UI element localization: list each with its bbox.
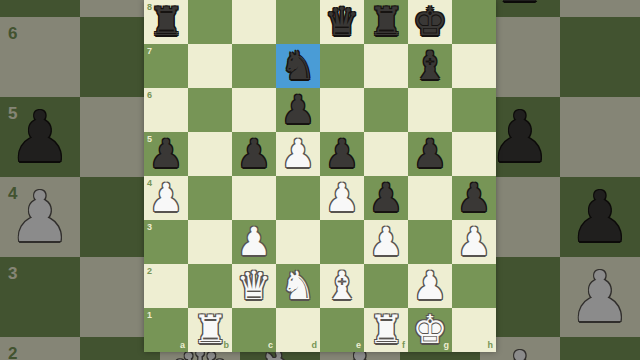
- square-f7[interactable]: [364, 44, 408, 88]
- square-b1[interactable]: b♜: [188, 308, 232, 352]
- file-label-h: h: [488, 340, 494, 350]
- file-label-f: f: [402, 340, 405, 350]
- white-knight-icon-d2[interactable]: ♞: [281, 264, 316, 308]
- square-f8[interactable]: ♜: [364, 0, 408, 44]
- square-g5[interactable]: ♟: [408, 132, 452, 176]
- square-c2[interactable]: ♛: [232, 264, 276, 308]
- file-label-b: b: [224, 340, 230, 350]
- square-f6[interactable]: [364, 88, 408, 132]
- square-g6[interactable]: [408, 88, 452, 132]
- white-rook-icon-b1[interactable]: ♜: [193, 308, 228, 352]
- square-g1[interactable]: g♚: [408, 308, 452, 352]
- square-h2[interactable]: [452, 264, 496, 308]
- rank-label-2: 2: [147, 266, 152, 276]
- square-a5[interactable]: 5♟: [144, 132, 188, 176]
- square-a2[interactable]: 2: [144, 264, 188, 308]
- square-d3[interactable]: [276, 220, 320, 264]
- square-e8[interactable]: ♛: [320, 0, 364, 44]
- square-a6[interactable]: 6: [144, 88, 188, 132]
- white-king-icon-g1[interactable]: ♚: [413, 308, 448, 352]
- black-pawn-icon-f4[interactable]: ♟: [369, 176, 404, 220]
- rank-label-8: 8: [147, 2, 152, 12]
- square-a1[interactable]: 1a: [144, 308, 188, 352]
- file-label-d: d: [312, 340, 318, 350]
- square-f1[interactable]: f♜: [364, 308, 408, 352]
- file-label-a: a: [180, 340, 185, 350]
- square-c6[interactable]: [232, 88, 276, 132]
- black-pawn-icon-g5[interactable]: ♟: [413, 132, 448, 176]
- square-a4[interactable]: 4♟: [144, 176, 188, 220]
- square-b6[interactable]: [188, 88, 232, 132]
- rank-label-7: 7: [147, 46, 152, 56]
- black-pawn-icon-e5[interactable]: ♟: [325, 132, 360, 176]
- rank-label-4: 4: [147, 178, 152, 188]
- square-f2[interactable]: [364, 264, 408, 308]
- file-label-e: e: [356, 340, 361, 350]
- square-c8[interactable]: [232, 0, 276, 44]
- white-bishop-icon-e2[interactable]: ♝: [325, 264, 360, 308]
- square-e7[interactable]: [320, 44, 364, 88]
- square-c1[interactable]: c: [232, 308, 276, 352]
- rank-label-6: 6: [147, 90, 152, 100]
- black-pawn-icon-c5[interactable]: ♟: [237, 132, 272, 176]
- square-f3[interactable]: ♟: [364, 220, 408, 264]
- white-pawn-icon-a4[interactable]: ♟: [149, 176, 184, 220]
- white-pawn-icon-h3[interactable]: ♟: [457, 220, 492, 264]
- video-frame: 8♜♛♜♚7♞♝6♟5♟♟♟♟♟4♟♟♟♟3♟♟♟2♛♞♝♟1♜♜♚ 8♜♛♜♚…: [0, 0, 640, 360]
- black-pawn-icon-d6[interactable]: ♟: [281, 88, 316, 132]
- square-h8[interactable]: [452, 0, 496, 44]
- square-a3[interactable]: 3: [144, 220, 188, 264]
- square-g7[interactable]: ♝: [408, 44, 452, 88]
- square-b7[interactable]: [188, 44, 232, 88]
- square-d8[interactable]: [276, 0, 320, 44]
- black-pawn-icon-a5[interactable]: ♟: [149, 132, 184, 176]
- square-f4[interactable]: ♟: [364, 176, 408, 220]
- square-e1[interactable]: e: [320, 308, 364, 352]
- square-a8[interactable]: 8♜: [144, 0, 188, 44]
- square-g8[interactable]: ♚: [408, 0, 452, 44]
- white-queen-icon-c2[interactable]: ♛: [237, 264, 272, 308]
- square-h3[interactable]: ♟: [452, 220, 496, 264]
- white-rook-icon-f1[interactable]: ♜: [369, 308, 404, 352]
- square-d2[interactable]: ♞: [276, 264, 320, 308]
- square-e4[interactable]: ♟: [320, 176, 364, 220]
- square-b2[interactable]: [188, 264, 232, 308]
- black-rook-icon-f8[interactable]: ♜: [369, 0, 404, 44]
- black-king-icon-g8[interactable]: ♚: [413, 0, 448, 44]
- square-h4[interactable]: ♟: [452, 176, 496, 220]
- square-h7[interactable]: [452, 44, 496, 88]
- square-h5[interactable]: [452, 132, 496, 176]
- square-c4[interactable]: [232, 176, 276, 220]
- rank-label-3: 3: [147, 222, 152, 232]
- square-d7[interactable]: ♞: [276, 44, 320, 88]
- square-e3[interactable]: [320, 220, 364, 264]
- rank-label-1: 1: [147, 310, 152, 320]
- square-b5[interactable]: [188, 132, 232, 176]
- square-h6[interactable]: [452, 88, 496, 132]
- chess-board[interactable]: 8♜♛♜♚7♞♝6♟5♟♟♟♟♟4♟♟♟♟3♟♟♟2♛♞♝♟1ab♜cdef♜g…: [144, 0, 496, 352]
- square-c3[interactable]: ♟: [232, 220, 276, 264]
- black-queen-icon-e8[interactable]: ♛: [325, 0, 360, 44]
- square-h1[interactable]: h: [452, 308, 496, 352]
- white-pawn-icon-d5[interactable]: ♟: [281, 132, 316, 176]
- square-f5[interactable]: [364, 132, 408, 176]
- white-pawn-icon-g2[interactable]: ♟: [413, 264, 448, 308]
- square-e6[interactable]: [320, 88, 364, 132]
- black-pawn-icon-h4[interactable]: ♟: [457, 176, 492, 220]
- black-bishop-icon-g7[interactable]: ♝: [413, 44, 448, 88]
- black-knight-icon-d7[interactable]: ♞: [281, 44, 316, 88]
- square-c7[interactable]: [232, 44, 276, 88]
- white-pawn-icon-c3[interactable]: ♟: [237, 220, 272, 264]
- square-d1[interactable]: d: [276, 308, 320, 352]
- square-e5[interactable]: ♟: [320, 132, 364, 176]
- square-d5[interactable]: ♟: [276, 132, 320, 176]
- square-b3[interactable]: [188, 220, 232, 264]
- square-e2[interactable]: ♝: [320, 264, 364, 308]
- square-c5[interactable]: ♟: [232, 132, 276, 176]
- white-pawn-icon-f3[interactable]: ♟: [369, 220, 404, 264]
- square-g3[interactable]: [408, 220, 452, 264]
- black-rook-icon-a8[interactable]: ♜: [149, 0, 184, 44]
- square-g2[interactable]: ♟: [408, 264, 452, 308]
- file-label-c: c: [268, 340, 273, 350]
- square-d6[interactable]: ♟: [276, 88, 320, 132]
- white-pawn-icon-e4[interactable]: ♟: [325, 176, 360, 220]
- square-d4[interactable]: [276, 176, 320, 220]
- square-b4[interactable]: [188, 176, 232, 220]
- square-b8[interactable]: [188, 0, 232, 44]
- square-a7[interactable]: 7: [144, 44, 188, 88]
- square-g4[interactable]: [408, 176, 452, 220]
- file-label-g: g: [444, 340, 450, 350]
- rank-label-5: 5: [147, 134, 152, 144]
